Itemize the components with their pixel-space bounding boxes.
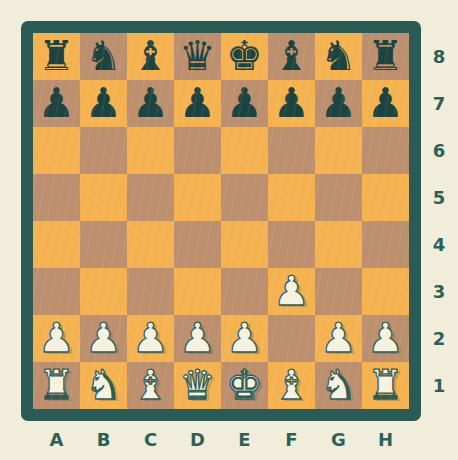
square-f1[interactable]: ♝	[268, 362, 315, 409]
square-c7[interactable]: ♟	[127, 80, 174, 127]
square-c2[interactable]: ♟	[127, 315, 174, 362]
square-f2[interactable]	[268, 315, 315, 362]
piece-black-queen[interactable]: ♛	[179, 33, 216, 80]
square-h5[interactable]	[362, 174, 409, 221]
square-b1[interactable]: ♞	[80, 362, 127, 409]
square-d1[interactable]: ♛	[174, 362, 221, 409]
piece-white-rook[interactable]: ♜	[38, 362, 75, 409]
piece-white-pawn[interactable]: ♟	[273, 268, 310, 315]
file-label-e: E	[221, 426, 268, 454]
piece-white-knight[interactable]: ♞	[320, 362, 357, 409]
file-label-g: G	[315, 426, 362, 454]
square-e3[interactable]	[221, 268, 268, 315]
rank-label-7: 7	[425, 80, 453, 127]
piece-black-bishop[interactable]: ♝	[132, 33, 169, 80]
piece-white-pawn[interactable]: ♟	[320, 315, 357, 362]
rank-label-6: 6	[425, 127, 453, 174]
square-e7[interactable]: ♟	[221, 80, 268, 127]
rank-label-2: 2	[425, 315, 453, 362]
file-label-a: A	[33, 426, 80, 454]
piece-black-knight[interactable]: ♞	[85, 33, 122, 80]
square-e6[interactable]	[221, 127, 268, 174]
square-h7[interactable]: ♟	[362, 80, 409, 127]
file-labels: A B C D E F G H	[33, 426, 409, 454]
square-h4[interactable]	[362, 221, 409, 268]
square-g4[interactable]	[315, 221, 362, 268]
piece-white-pawn[interactable]: ♟	[38, 315, 75, 362]
square-b4[interactable]	[80, 221, 127, 268]
piece-black-pawn[interactable]: ♟	[226, 80, 263, 127]
square-d6[interactable]	[174, 127, 221, 174]
file-label-c: C	[127, 426, 174, 454]
piece-black-pawn[interactable]: ♟	[85, 80, 122, 127]
square-c8[interactable]: ♝	[127, 33, 174, 80]
square-h8[interactable]: ♜	[362, 33, 409, 80]
square-e5[interactable]	[221, 174, 268, 221]
rank-label-5: 5	[425, 174, 453, 221]
piece-white-pawn[interactable]: ♟	[367, 315, 404, 362]
square-a5[interactable]	[33, 174, 80, 221]
piece-black-pawn[interactable]: ♟	[132, 80, 169, 127]
board-grid: ♜♞♝♛♚♝♞♜♟♟♟♟♟♟♟♟♟♟♟♟♟♟♟♟♜♞♝♛♚♝♞♜	[33, 33, 409, 409]
file-label-f: F	[268, 426, 315, 454]
file-label-h: H	[362, 426, 409, 454]
piece-white-queen[interactable]: ♛	[179, 362, 216, 409]
square-e1[interactable]: ♚	[221, 362, 268, 409]
square-f7[interactable]: ♟	[268, 80, 315, 127]
square-e4[interactable]	[221, 221, 268, 268]
piece-black-pawn[interactable]: ♟	[367, 80, 404, 127]
square-b7[interactable]: ♟	[80, 80, 127, 127]
piece-white-knight[interactable]: ♞	[85, 362, 122, 409]
square-g7[interactable]: ♟	[315, 80, 362, 127]
piece-white-pawn[interactable]: ♟	[132, 315, 169, 362]
square-a4[interactable]	[33, 221, 80, 268]
piece-black-rook[interactable]: ♜	[38, 33, 75, 80]
square-h1[interactable]: ♜	[362, 362, 409, 409]
square-a8[interactable]: ♜	[33, 33, 80, 80]
chess-board: ♜♞♝♛♚♝♞♜♟♟♟♟♟♟♟♟♟♟♟♟♟♟♟♟♜♞♝♛♚♝♞♜	[21, 21, 421, 421]
square-a7[interactable]: ♟	[33, 80, 80, 127]
square-g3[interactable]	[315, 268, 362, 315]
square-d5[interactable]	[174, 174, 221, 221]
square-h6[interactable]	[362, 127, 409, 174]
piece-black-pawn[interactable]: ♟	[273, 80, 310, 127]
square-d4[interactable]	[174, 221, 221, 268]
square-g1[interactable]: ♞	[315, 362, 362, 409]
square-g8[interactable]: ♞	[315, 33, 362, 80]
square-c1[interactable]: ♝	[127, 362, 174, 409]
square-h3[interactable]	[362, 268, 409, 315]
square-a3[interactable]	[33, 268, 80, 315]
file-label-b: B	[80, 426, 127, 454]
piece-black-pawn[interactable]: ♟	[320, 80, 357, 127]
square-b5[interactable]	[80, 174, 127, 221]
square-a2[interactable]: ♟	[33, 315, 80, 362]
rank-label-4: 4	[425, 221, 453, 268]
square-g5[interactable]	[315, 174, 362, 221]
square-d7[interactable]: ♟	[174, 80, 221, 127]
square-a1[interactable]: ♜	[33, 362, 80, 409]
square-c4[interactable]	[127, 221, 174, 268]
square-d8[interactable]: ♛	[174, 33, 221, 80]
square-b2[interactable]: ♟	[80, 315, 127, 362]
square-e2[interactable]: ♟	[221, 315, 268, 362]
piece-black-pawn[interactable]: ♟	[38, 80, 75, 127]
square-c5[interactable]	[127, 174, 174, 221]
piece-black-bishop[interactable]: ♝	[273, 33, 310, 80]
square-g6[interactable]	[315, 127, 362, 174]
piece-black-pawn[interactable]: ♟	[179, 80, 216, 127]
square-g2[interactable]: ♟	[315, 315, 362, 362]
square-e8[interactable]: ♚	[221, 33, 268, 80]
square-c3[interactable]	[127, 268, 174, 315]
square-d3[interactable]	[174, 268, 221, 315]
square-f4[interactable]	[268, 221, 315, 268]
piece-white-pawn[interactable]: ♟	[179, 315, 216, 362]
piece-white-bishop[interactable]: ♝	[273, 362, 310, 409]
piece-white-pawn[interactable]: ♟	[85, 315, 122, 362]
square-a6[interactable]	[33, 127, 80, 174]
piece-black-king[interactable]: ♚	[226, 33, 263, 80]
piece-white-king[interactable]: ♚	[226, 362, 263, 409]
piece-white-bishop[interactable]: ♝	[132, 362, 169, 409]
square-b8[interactable]: ♞	[80, 33, 127, 80]
square-d2[interactable]: ♟	[174, 315, 221, 362]
rank-labels: 8 7 6 5 4 3 2 1	[425, 33, 453, 409]
square-h2[interactable]: ♟	[362, 315, 409, 362]
rank-label-1: 1	[425, 362, 453, 409]
file-label-d: D	[174, 426, 221, 454]
piece-black-knight[interactable]: ♞	[320, 33, 357, 80]
square-f3[interactable]: ♟	[268, 268, 315, 315]
square-b6[interactable]	[80, 127, 127, 174]
square-b3[interactable]	[80, 268, 127, 315]
square-f8[interactable]: ♝	[268, 33, 315, 80]
piece-black-rook[interactable]: ♜	[367, 33, 404, 80]
piece-white-rook[interactable]: ♜	[367, 362, 404, 409]
square-f5[interactable]	[268, 174, 315, 221]
square-c6[interactable]	[127, 127, 174, 174]
square-f6[interactable]	[268, 127, 315, 174]
piece-white-pawn[interactable]: ♟	[226, 315, 263, 362]
rank-label-8: 8	[425, 33, 453, 80]
rank-label-3: 3	[425, 268, 453, 315]
